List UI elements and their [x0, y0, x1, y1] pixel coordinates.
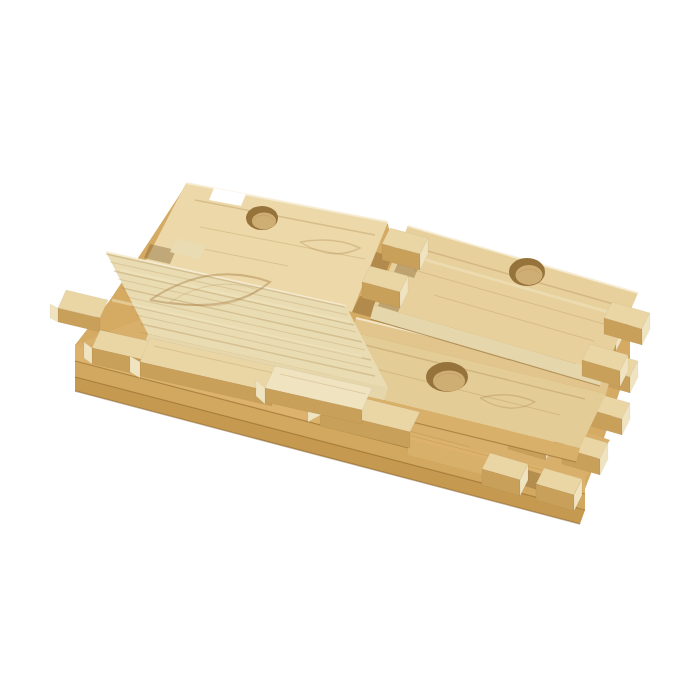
product-photo [0, 0, 700, 700]
hand-hole [246, 206, 278, 230]
wood-kit-illustration [0, 0, 700, 700]
hand-hole [509, 258, 545, 286]
hand-hole [426, 362, 468, 392]
hole-inner-wall [516, 265, 543, 285]
